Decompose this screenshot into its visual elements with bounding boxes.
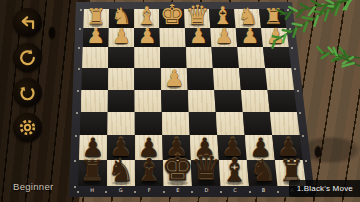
square-f3[interactable] xyxy=(134,47,160,68)
rotate-arc-icon xyxy=(18,83,37,102)
square-d3[interactable] xyxy=(186,47,213,68)
piece-wP[interactable]: ♟ xyxy=(112,26,131,47)
piece-wP[interactable]: ♟ xyxy=(241,26,260,47)
square-g5[interactable] xyxy=(108,90,135,112)
piece-wP[interactable]: ♟ xyxy=(189,26,208,47)
piece-bN[interactable]: ♞ xyxy=(249,156,276,186)
square-c4[interactable] xyxy=(213,68,241,90)
flip-board-button[interactable] xyxy=(13,78,42,107)
undo-arrow-icon xyxy=(18,13,37,32)
square-b5[interactable] xyxy=(241,90,270,112)
piece-bR[interactable]: ♜ xyxy=(79,157,105,186)
chess-app-screen: HGFEDCBA♜♞♝♚♛♝♞♜♟♟♟♟♟♟♟♟♟♟♟♟♟♟♟♟♜♞♝♚♛♝♞♜… xyxy=(0,0,360,202)
frame-stud xyxy=(289,28,291,30)
square-g4[interactable] xyxy=(108,68,135,90)
square-d5[interactable] xyxy=(188,90,216,112)
piece-bB[interactable]: ♝ xyxy=(135,155,163,187)
frame-stud xyxy=(134,191,136,193)
settings-button[interactable] xyxy=(13,113,42,142)
frame-stud xyxy=(249,191,251,193)
restart-button[interactable] xyxy=(13,43,42,72)
frame-stud xyxy=(294,68,296,70)
file-label-g: G xyxy=(119,188,123,193)
difficulty-level-label[interactable]: Beginner xyxy=(13,181,53,192)
move-status-badge: 1.Black's Move xyxy=(289,180,360,197)
frame-stud xyxy=(74,186,76,188)
file-label-d: D xyxy=(204,188,208,193)
square-e2[interactable] xyxy=(159,28,185,47)
gear-icon xyxy=(18,118,37,137)
square-e5[interactable] xyxy=(161,90,189,112)
piece-wP[interactable]: ♟ xyxy=(164,67,184,90)
square-a3[interactable] xyxy=(263,47,291,68)
square-g3[interactable] xyxy=(108,47,134,68)
square-d4[interactable] xyxy=(187,68,215,90)
frame-stud xyxy=(163,191,165,193)
piece-wK[interactable]: ♚ xyxy=(160,1,185,29)
square-h5[interactable] xyxy=(81,90,108,112)
frame-stud xyxy=(76,112,78,114)
piece-wP[interactable]: ♟ xyxy=(266,26,285,47)
piece-wP[interactable]: ♟ xyxy=(215,26,234,47)
frame-stud xyxy=(77,191,79,193)
square-b3[interactable] xyxy=(237,47,265,68)
piece-bK[interactable]: ♚ xyxy=(161,150,194,186)
square-h3[interactable] xyxy=(82,47,108,68)
file-label-c: C xyxy=(233,188,237,193)
square-f5[interactable] xyxy=(134,90,161,112)
frame-stud xyxy=(80,9,82,11)
undo-button[interactable] xyxy=(13,8,42,37)
piece-bB[interactable]: ♝ xyxy=(220,155,248,187)
frame-stud xyxy=(297,90,299,92)
square-c3[interactable] xyxy=(211,47,239,68)
square-a4[interactable] xyxy=(265,68,294,90)
frame-stud xyxy=(78,68,80,70)
square-a5[interactable] xyxy=(267,90,296,112)
frame-stud xyxy=(220,191,222,193)
frame-stud xyxy=(287,9,289,11)
frame-stud xyxy=(79,28,81,30)
chess-board[interactable]: HGFEDCBA♜♞♝♚♛♝♞♜♟♟♟♟♟♟♟♟♟♟♟♟♟♟♟♟♜♞♝♚♛♝♞♜ xyxy=(0,0,360,202)
square-c5[interactable] xyxy=(214,90,242,112)
piece-bQ[interactable]: ♛ xyxy=(190,151,221,186)
rotate-clockwise-icon xyxy=(18,48,37,67)
square-f4[interactable] xyxy=(134,68,161,90)
square-b4[interactable] xyxy=(239,68,267,90)
piece-wP[interactable]: ♟ xyxy=(86,26,105,47)
file-label-h: H xyxy=(90,188,94,193)
square-h4[interactable] xyxy=(81,68,108,90)
frame-stud xyxy=(77,90,79,92)
file-label-f: F xyxy=(148,188,151,193)
file-label-b: B xyxy=(262,188,265,193)
piece-bN[interactable]: ♞ xyxy=(107,156,134,186)
piece-wP[interactable]: ♟ xyxy=(138,26,157,47)
